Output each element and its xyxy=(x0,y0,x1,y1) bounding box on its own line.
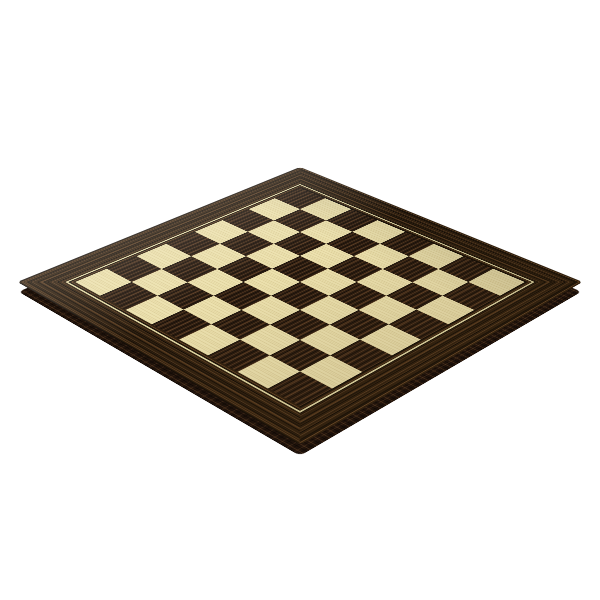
playing-area-grid xyxy=(75,188,525,407)
product-photo-background xyxy=(0,0,600,600)
board-top-face xyxy=(17,167,583,445)
chess-board xyxy=(17,167,583,445)
